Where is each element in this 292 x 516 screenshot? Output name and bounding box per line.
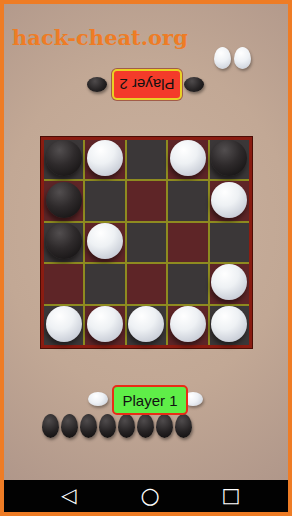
white-piece[interactable] <box>170 306 206 342</box>
cell-r5c4[interactable] <box>168 306 207 345</box>
cell-r4c3[interactable] <box>127 264 166 303</box>
captured-white-tray <box>214 47 251 69</box>
white-piece[interactable] <box>87 140 123 176</box>
player2-turn-box: Player 2 <box>112 69 182 100</box>
player2-black-piece-left <box>87 77 107 92</box>
black-piece[interactable] <box>46 223 82 259</box>
captured-black-piece <box>118 414 135 438</box>
app-screen: hack-cheat.org Player 2 Player 1 ◁ ○ □ <box>0 0 292 516</box>
captured-black-piece <box>175 414 192 438</box>
white-piece[interactable] <box>170 140 206 176</box>
captured-black-tray <box>42 414 192 438</box>
cell-r4c1[interactable] <box>44 264 83 303</box>
cell-r3c5[interactable] <box>210 223 249 262</box>
black-piece[interactable] <box>211 140 247 176</box>
captured-black-piece <box>137 414 154 438</box>
captured-black-piece <box>42 414 59 438</box>
board-grid <box>41 137 252 348</box>
captured-white-piece <box>234 47 251 69</box>
captured-black-piece <box>61 414 78 438</box>
white-piece[interactable] <box>87 306 123 342</box>
white-piece[interactable] <box>211 264 247 300</box>
cell-r1c4[interactable] <box>168 140 207 179</box>
cell-r5c1[interactable] <box>44 306 83 345</box>
captured-black-piece <box>156 414 173 438</box>
white-piece[interactable] <box>211 306 247 342</box>
captured-black-piece <box>80 414 97 438</box>
cell-r4c5[interactable] <box>210 264 249 303</box>
cell-r1c1[interactable] <box>44 140 83 179</box>
nav-recents-button[interactable]: □ <box>217 480 245 512</box>
white-piece[interactable] <box>128 306 164 342</box>
cell-r2c2[interactable] <box>85 181 124 220</box>
cell-r5c3[interactable] <box>127 306 166 345</box>
player2-black-piece-right <box>184 77 204 92</box>
cell-r2c1[interactable] <box>44 181 83 220</box>
cell-r3c3[interactable] <box>127 223 166 262</box>
black-piece[interactable] <box>46 140 82 176</box>
cell-r5c5[interactable] <box>210 306 249 345</box>
cell-r3c4[interactable] <box>168 223 207 262</box>
cell-r1c2[interactable] <box>85 140 124 179</box>
android-nav-bar: ◁ ○ □ <box>4 480 288 512</box>
cell-r2c4[interactable] <box>168 181 207 220</box>
player2-label: Player 2 <box>119 76 174 93</box>
watermark-text: hack-cheat.org <box>12 25 188 50</box>
white-piece[interactable] <box>46 306 82 342</box>
player1-white-piece-left <box>88 392 108 406</box>
player1-turn-box: Player 1 <box>112 385 188 415</box>
white-piece[interactable] <box>87 223 123 259</box>
cell-r3c1[interactable] <box>44 223 83 262</box>
cell-r4c4[interactable] <box>168 264 207 303</box>
cell-r3c2[interactable] <box>85 223 124 262</box>
cell-r4c2[interactable] <box>85 264 124 303</box>
captured-white-piece <box>214 47 231 69</box>
cell-r2c5[interactable] <box>210 181 249 220</box>
white-piece[interactable] <box>211 182 247 218</box>
cell-r1c3[interactable] <box>127 140 166 179</box>
cell-r1c5[interactable] <box>210 140 249 179</box>
cell-r5c2[interactable] <box>85 306 124 345</box>
cell-r2c3[interactable] <box>127 181 166 220</box>
player1-label: Player 1 <box>122 392 177 409</box>
nav-home-button[interactable]: ○ <box>136 480 164 512</box>
black-piece[interactable] <box>46 182 82 218</box>
nav-back-button[interactable]: ◁ <box>55 480 83 512</box>
captured-black-piece <box>99 414 116 438</box>
